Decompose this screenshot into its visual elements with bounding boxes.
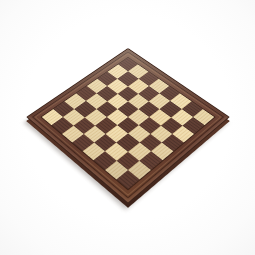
board-field xyxy=(42,58,215,189)
product-photo-stage xyxy=(0,0,255,255)
chess-board xyxy=(26,48,230,204)
